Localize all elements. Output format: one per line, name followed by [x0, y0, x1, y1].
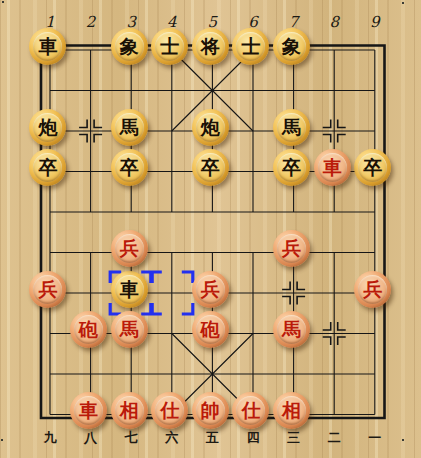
- board-cell[interactable]: 兵: [354, 273, 395, 314]
- black-elephant[interactable]: 象: [273, 28, 310, 65]
- board-cell[interactable]: 卒: [273, 151, 314, 192]
- piece-character: 車: [38, 36, 57, 55]
- piece-character: 兵: [38, 279, 57, 298]
- board-cell[interactable]: 兵: [111, 232, 152, 273]
- red-horse[interactable]: 馬: [273, 311, 310, 348]
- red-advisor[interactable]: 仕: [151, 392, 188, 429]
- piece-face: 帥: [196, 396, 225, 425]
- piece-face: 士: [236, 32, 265, 61]
- red-soldier[interactable]: 兵: [273, 230, 310, 267]
- file-label-bottom-1: 九: [44, 429, 57, 447]
- file-label-bottom-5: 五: [206, 429, 219, 447]
- piece-face: 卒: [33, 153, 62, 182]
- black-chariot[interactable]: 車: [29, 28, 66, 65]
- board-cell[interactable]: 砲: [192, 313, 233, 354]
- piece-face: 相: [277, 396, 306, 425]
- file-label-bottom-3: 七: [125, 429, 138, 447]
- piece-character: 仕: [241, 401, 260, 420]
- corner-dot: [2, 1, 4, 3]
- board-cell[interactable]: 士: [233, 30, 274, 71]
- piece-face: 兵: [358, 275, 387, 304]
- piece-face: 象: [277, 32, 306, 61]
- piece-character: 兵: [363, 279, 382, 298]
- board-cell[interactable]: 卒: [111, 151, 152, 192]
- piece-face: 馬: [277, 315, 306, 344]
- red-soldier[interactable]: 兵: [111, 230, 148, 267]
- file-label-top-9: 9: [370, 13, 380, 31]
- piece-face: 卒: [196, 153, 225, 182]
- red-soldier[interactable]: 兵: [354, 271, 391, 308]
- red-general[interactable]: 帥: [192, 392, 229, 429]
- piece-character: 馬: [120, 320, 139, 339]
- piece-character: 相: [120, 401, 139, 420]
- file-label-bottom-6: 四: [247, 429, 260, 447]
- board-cell[interactable]: 兵: [192, 273, 233, 314]
- board-cell[interactable]: 馬: [273, 111, 314, 152]
- piece-face: 馬: [277, 113, 306, 142]
- black-cannon[interactable]: 炮: [29, 109, 66, 146]
- piece-face: 卒: [358, 153, 387, 182]
- piece-face: 士: [155, 32, 184, 61]
- board-cell[interactable]: 車: [314, 151, 355, 192]
- black-soldier[interactable]: 卒: [29, 149, 66, 186]
- black-soldier[interactable]: 卒: [111, 149, 148, 186]
- board-cell[interactable]: 炮: [30, 111, 71, 152]
- corner-dot: [402, 2, 404, 4]
- red-chariot[interactable]: 車: [314, 149, 351, 186]
- board-cell[interactable]: 車: [111, 273, 152, 314]
- piece-character: 兵: [282, 239, 301, 258]
- piece-face: 車: [115, 275, 144, 304]
- black-cannon[interactable]: 炮: [192, 109, 229, 146]
- black-soldier[interactable]: 卒: [354, 149, 391, 186]
- xiangqi-board: 車象士将士象炮馬炮馬卒卒卒卒卒車車兵兵兵兵兵砲馬砲馬車相仕帥仕相: [30, 30, 395, 435]
- piece-face: 相: [115, 396, 144, 425]
- piece-face: 仕: [236, 396, 265, 425]
- file-label-bottom-4: 六: [165, 429, 178, 447]
- file-label-top-5: 5: [208, 13, 218, 31]
- piece-character: 馬: [120, 117, 139, 136]
- red-elephant[interactable]: 相: [111, 392, 148, 429]
- piece-face: 象: [115, 32, 144, 61]
- board-cell[interactable]: 士: [151, 30, 192, 71]
- piece-face: 砲: [196, 315, 225, 344]
- piece-character: 卒: [201, 158, 220, 177]
- red-cannon[interactable]: 砲: [70, 311, 107, 348]
- piece-face: 兵: [33, 275, 62, 304]
- piece-character: 卒: [120, 158, 139, 177]
- piece-character: 士: [160, 36, 179, 55]
- piece-face: 炮: [33, 113, 62, 142]
- board-cell[interactable]: 砲: [70, 313, 111, 354]
- piece-face: 車: [74, 396, 103, 425]
- piece-face: 車: [33, 32, 62, 61]
- piece-character: 将: [201, 36, 220, 55]
- piece-character: 兵: [120, 239, 139, 258]
- black-horse[interactable]: 馬: [111, 109, 148, 146]
- board-cell[interactable]: 兵: [30, 273, 71, 314]
- piece-character: 相: [282, 401, 301, 420]
- piece-character: 車: [79, 401, 98, 420]
- board-cell[interactable]: 卒: [192, 151, 233, 192]
- board-cell[interactable]: 卒: [30, 151, 71, 192]
- board-cell[interactable]: 象: [273, 30, 314, 71]
- piece-character: 車: [120, 279, 139, 298]
- piece-character: 卒: [363, 158, 382, 177]
- piece-character: 炮: [38, 117, 57, 136]
- board-cell[interactable]: 馬: [111, 111, 152, 152]
- file-label-bottom-7: 三: [287, 429, 300, 447]
- file-label-top-3: 3: [126, 13, 136, 31]
- red-elephant[interactable]: 相: [273, 392, 310, 429]
- red-horse[interactable]: 馬: [111, 311, 148, 348]
- file-label-top-1: 1: [45, 13, 55, 31]
- piece-character: 象: [282, 36, 301, 55]
- piece-character: 卒: [282, 158, 301, 177]
- red-cannon[interactable]: 砲: [192, 311, 229, 348]
- piece-character: 炮: [201, 117, 220, 136]
- file-label-top-4: 4: [167, 13, 177, 31]
- file-label-top-6: 6: [248, 13, 258, 31]
- piece-face: 砲: [74, 315, 103, 344]
- red-soldier[interactable]: 兵: [29, 271, 66, 308]
- piece-face: 馬: [115, 113, 144, 142]
- piece-face: 兵: [196, 275, 225, 304]
- red-advisor[interactable]: 仕: [232, 392, 269, 429]
- xiangqi-board-screen: 車象士将士象炮馬炮馬卒卒卒卒卒車車兵兵兵兵兵砲馬砲馬車相仕帥仕相 1234567…: [0, 0, 421, 458]
- board-cell[interactable]: 卒: [354, 151, 395, 192]
- piece-face: 仕: [155, 396, 184, 425]
- red-soldier[interactable]: 兵: [192, 271, 229, 308]
- corner-dot: [1, 439, 3, 441]
- file-label-bottom-2: 八: [84, 429, 97, 447]
- piece-face: 将: [196, 32, 225, 61]
- piece-face: 卒: [115, 153, 144, 182]
- board-cell[interactable]: 馬: [273, 313, 314, 354]
- piece-character: 象: [120, 36, 139, 55]
- board-cell[interactable]: 将: [192, 30, 233, 71]
- file-label-bottom-8: 二: [328, 429, 341, 447]
- black-soldier[interactable]: 卒: [273, 149, 310, 186]
- black-horse[interactable]: 馬: [273, 109, 310, 146]
- piece-face: 兵: [115, 234, 144, 263]
- piece-face: 馬: [115, 315, 144, 344]
- piece-character: 車: [323, 158, 342, 177]
- piece-character: 砲: [79, 320, 98, 339]
- piece-character: 帥: [201, 401, 220, 420]
- piece-face: 兵: [277, 234, 306, 263]
- piece-character: 仕: [160, 401, 179, 420]
- black-advisor[interactable]: 士: [232, 28, 269, 65]
- black-soldier[interactable]: 卒: [192, 149, 229, 186]
- black-chariot-selected[interactable]: 車: [111, 271, 148, 308]
- piece-face: 卒: [277, 153, 306, 182]
- board-cell[interactable]: 炮: [192, 111, 233, 152]
- piece-character: 士: [241, 36, 260, 55]
- board-cell[interactable]: 馬: [111, 313, 152, 354]
- file-label-top-2: 2: [86, 13, 96, 31]
- board-cell[interactable]: 車: [30, 30, 71, 71]
- corner-dot: [402, 439, 404, 441]
- piece-character: 兵: [201, 279, 220, 298]
- piece-face: 車: [318, 153, 347, 182]
- black-elephant[interactable]: 象: [111, 28, 148, 65]
- red-chariot[interactable]: 車: [70, 392, 107, 429]
- piece-character: 馬: [282, 320, 301, 339]
- piece-character: 砲: [201, 320, 220, 339]
- piece-face: 炮: [196, 113, 225, 142]
- file-label-top-7: 7: [289, 13, 299, 31]
- board-cell[interactable]: 兵: [273, 232, 314, 273]
- piece-character: 卒: [38, 158, 57, 177]
- file-label-top-8: 8: [329, 13, 339, 31]
- piece-character: 馬: [282, 117, 301, 136]
- black-advisor[interactable]: 士: [151, 28, 188, 65]
- file-label-bottom-9: 一: [368, 429, 381, 447]
- board-cell[interactable]: 象: [111, 30, 152, 71]
- black-general[interactable]: 将: [192, 28, 229, 65]
